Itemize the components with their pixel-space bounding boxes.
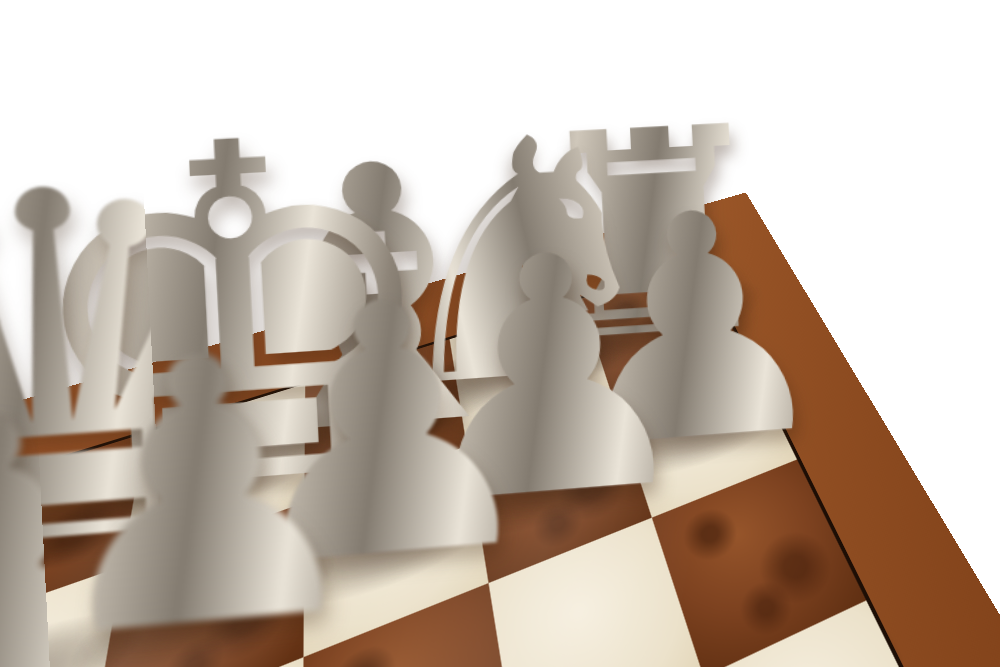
chessboard: ♛♚♝♞♜♟♟♟♟♟: [0, 193, 1000, 667]
chess-set-photo: ♛♚♝♞♜♟♟♟♟♟: [0, 0, 1000, 667]
white-pawn-d2: ♟: [0, 351, 244, 667]
scene: ♛♚♝♞♜♟♟♟♟♟: [0, 0, 1000, 667]
